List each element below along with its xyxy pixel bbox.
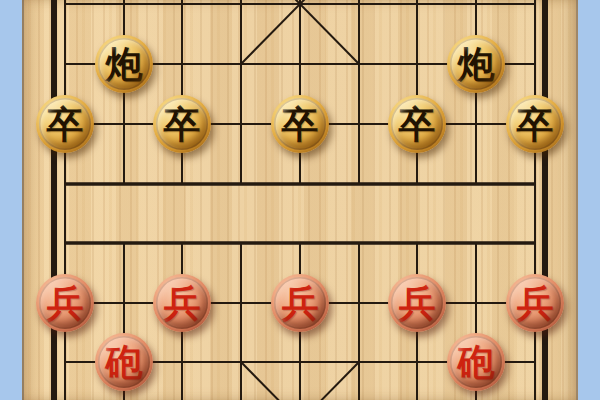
piece-black-soldier[interactable]: 卒 bbox=[388, 95, 446, 153]
piece-glyph: 卒 bbox=[517, 106, 554, 143]
piece-glyph: 兵 bbox=[47, 285, 84, 322]
piece-glyph: 卒 bbox=[164, 106, 201, 143]
piece-red-cannon[interactable]: 砲 bbox=[447, 333, 505, 391]
piece-red-soldier[interactable]: 兵 bbox=[153, 274, 211, 332]
piece-glyph: 兵 bbox=[164, 285, 201, 322]
piece-black-soldier[interactable]: 卒 bbox=[36, 95, 94, 153]
piece-black-soldier[interactable]: 卒 bbox=[271, 95, 329, 153]
piece-glyph: 兵 bbox=[517, 285, 554, 322]
piece-red-cannon[interactable]: 砲 bbox=[95, 333, 153, 391]
piece-glyph: 卒 bbox=[47, 106, 84, 143]
piece-glyph: 卒 bbox=[282, 106, 319, 143]
piece-red-soldier[interactable]: 兵 bbox=[388, 274, 446, 332]
piece-glyph: 炮 bbox=[458, 46, 495, 83]
piece-red-soldier[interactable]: 兵 bbox=[506, 274, 564, 332]
piece-glyph: 砲 bbox=[106, 344, 143, 381]
piece-red-soldier[interactable]: 兵 bbox=[271, 274, 329, 332]
piece-black-cannon[interactable]: 炮 bbox=[95, 35, 153, 93]
piece-red-soldier[interactable]: 兵 bbox=[36, 274, 94, 332]
piece-black-soldier[interactable]: 卒 bbox=[153, 95, 211, 153]
piece-glyph: 卒 bbox=[399, 106, 436, 143]
app-window: 炮炮卒卒卒卒卒兵兵兵兵砲砲兵 bbox=[0, 0, 600, 400]
piece-black-cannon[interactable]: 炮 bbox=[447, 35, 505, 93]
piece-glyph: 砲 bbox=[458, 344, 495, 381]
piece-glyph: 炮 bbox=[106, 46, 143, 83]
piece-black-soldier[interactable]: 卒 bbox=[506, 95, 564, 153]
pieces-layer: 炮炮卒卒卒卒卒兵兵兵兵砲砲兵 bbox=[0, 0, 600, 400]
piece-glyph: 兵 bbox=[282, 285, 319, 322]
piece-glyph: 兵 bbox=[399, 285, 436, 322]
